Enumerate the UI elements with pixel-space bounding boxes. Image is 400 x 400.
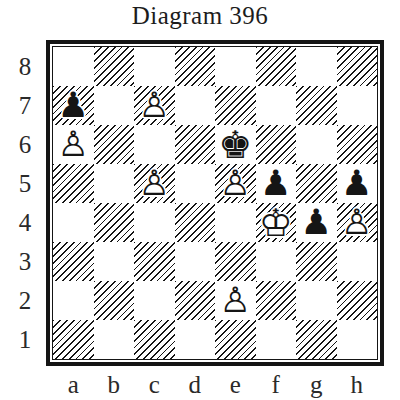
square-h3[interactable] — [337, 242, 378, 281]
square-d7[interactable] — [175, 86, 216, 125]
white-pawn-glyph: ♙ — [134, 86, 175, 125]
square-a7[interactable]: ♟♟ — [53, 86, 94, 125]
square-d8[interactable] — [175, 47, 216, 86]
rank-label-4: 4 — [12, 203, 38, 242]
black-pawn-glyph: ♟ — [53, 86, 94, 125]
rank-label-2: 2 — [12, 281, 38, 320]
white-pawn-glyph: ♙ — [337, 203, 378, 242]
square-c8[interactable] — [134, 47, 175, 86]
white-pawn-glyph: ♙ — [53, 125, 94, 164]
rank-label-8: 8 — [12, 47, 38, 86]
square-e5[interactable]: ♟♙ — [215, 164, 256, 203]
square-a1[interactable] — [53, 320, 94, 359]
square-f4[interactable]: ♚♔ — [256, 203, 297, 242]
file-label-g: g — [296, 371, 337, 399]
rank-label-6: 6 — [12, 125, 38, 164]
square-e2[interactable]: ♟♙ — [215, 281, 256, 320]
square-g3[interactable] — [296, 242, 337, 281]
square-c7[interactable]: ♟♙ — [134, 86, 175, 125]
file-labels: abcdefgh — [53, 371, 377, 399]
square-f8[interactable] — [256, 47, 297, 86]
white-pawn-glyph: ♙ — [215, 281, 256, 320]
file-label-b: b — [94, 371, 135, 399]
black-pawn[interactable]: ♟♟ — [53, 86, 94, 125]
file-label-a: a — [53, 371, 94, 399]
square-f2[interactable] — [256, 281, 297, 320]
black-pawn-glyph: ♟ — [337, 164, 378, 203]
square-a6[interactable]: ♟♙ — [53, 125, 94, 164]
square-g2[interactable] — [296, 281, 337, 320]
square-a3[interactable] — [53, 242, 94, 281]
white-pawn[interactable]: ♟♙ — [215, 281, 256, 320]
white-pawn-glyph: ♙ — [215, 164, 256, 203]
chess-board-frame: ♟♟♟♙♟♙♚♚♟♙♟♙♟♟♟♟♚♔♟♟♟♙♟♙ — [46, 40, 384, 366]
square-c2[interactable] — [134, 281, 175, 320]
square-c4[interactable] — [134, 203, 175, 242]
square-e1[interactable] — [215, 320, 256, 359]
square-d3[interactable] — [175, 242, 216, 281]
file-label-h: h — [337, 371, 378, 399]
rank-label-7: 7 — [12, 86, 38, 125]
chess-board[interactable]: ♟♟♟♙♟♙♚♚♟♙♟♙♟♟♟♟♚♔♟♟♟♙♟♙ — [52, 46, 378, 360]
square-h4[interactable]: ♟♙ — [337, 203, 378, 242]
square-g4[interactable]: ♟♟ — [296, 203, 337, 242]
white-pawn[interactable]: ♟♙ — [215, 164, 256, 203]
square-d2[interactable] — [175, 281, 216, 320]
rank-label-3: 3 — [12, 242, 38, 281]
square-g7[interactable] — [296, 86, 337, 125]
black-pawn[interactable]: ♟♟ — [256, 164, 297, 203]
black-king-glyph: ♚ — [215, 125, 256, 164]
white-pawn[interactable]: ♟♙ — [337, 203, 378, 242]
square-g1[interactable] — [296, 320, 337, 359]
square-h2[interactable] — [337, 281, 378, 320]
black-pawn-glyph: ♟ — [296, 203, 337, 242]
white-pawn[interactable]: ♟♙ — [134, 164, 175, 203]
square-g6[interactable] — [296, 125, 337, 164]
square-a4[interactable] — [53, 203, 94, 242]
square-b5[interactable] — [94, 164, 135, 203]
rank-label-5: 5 — [12, 164, 38, 203]
file-label-c: c — [134, 371, 175, 399]
square-e4[interactable] — [215, 203, 256, 242]
square-b7[interactable] — [94, 86, 135, 125]
square-a8[interactable] — [53, 47, 94, 86]
rank-labels: 87654321 — [12, 47, 38, 359]
square-e3[interactable] — [215, 242, 256, 281]
square-d6[interactable] — [175, 125, 216, 164]
square-f6[interactable] — [256, 125, 297, 164]
square-e6[interactable]: ♚♚ — [215, 125, 256, 164]
diagram-title: Diagram 396 — [0, 2, 400, 30]
square-d4[interactable] — [175, 203, 216, 242]
square-b3[interactable] — [94, 242, 135, 281]
white-pawn-glyph: ♙ — [134, 164, 175, 203]
square-h8[interactable] — [337, 47, 378, 86]
square-a2[interactable] — [53, 281, 94, 320]
file-label-d: d — [175, 371, 216, 399]
black-king[interactable]: ♚♚ — [215, 125, 256, 164]
square-f7[interactable] — [256, 86, 297, 125]
square-d5[interactable] — [175, 164, 216, 203]
square-b6[interactable] — [94, 125, 135, 164]
square-c1[interactable] — [134, 320, 175, 359]
file-label-f: f — [256, 371, 297, 399]
square-c3[interactable] — [134, 242, 175, 281]
file-label-e: e — [215, 371, 256, 399]
square-f3[interactable] — [256, 242, 297, 281]
white-pawn[interactable]: ♟♙ — [134, 86, 175, 125]
square-b8[interactable] — [94, 47, 135, 86]
square-f1[interactable] — [256, 320, 297, 359]
black-pawn[interactable]: ♟♟ — [296, 203, 337, 242]
square-g5[interactable] — [296, 164, 337, 203]
square-e7[interactable] — [215, 86, 256, 125]
square-h1[interactable] — [337, 320, 378, 359]
square-h5[interactable]: ♟♟ — [337, 164, 378, 203]
square-h6[interactable] — [337, 125, 378, 164]
white-king-glyph: ♔ — [256, 203, 297, 242]
square-g8[interactable] — [296, 47, 337, 86]
square-a5[interactable] — [53, 164, 94, 203]
square-f5[interactable]: ♟♟ — [256, 164, 297, 203]
black-pawn-glyph: ♟ — [256, 164, 297, 203]
black-pawn[interactable]: ♟♟ — [337, 164, 378, 203]
square-d1[interactable] — [175, 320, 216, 359]
rank-label-1: 1 — [12, 320, 38, 359]
square-b4[interactable] — [94, 203, 135, 242]
square-b1[interactable] — [94, 320, 135, 359]
square-h7[interactable] — [337, 86, 378, 125]
square-b2[interactable] — [94, 281, 135, 320]
square-e8[interactable] — [215, 47, 256, 86]
square-c5[interactable]: ♟♙ — [134, 164, 175, 203]
white-pawn[interactable]: ♟♙ — [53, 125, 94, 164]
square-c6[interactable] — [134, 125, 175, 164]
white-king[interactable]: ♚♔ — [256, 203, 297, 242]
